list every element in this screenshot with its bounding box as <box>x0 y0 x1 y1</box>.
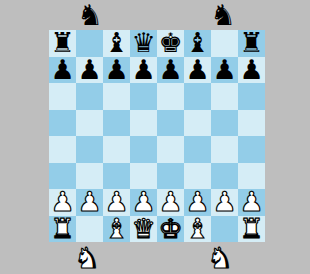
black-pawn-piece[interactable]: ♟ <box>104 57 128 84</box>
chess-app-window: ♜♝♛♚♝♜♟♟♟♟♟♟♟♟♟♟♟♟♟♟♟♟♜♝♛♚♝♜ ♞ ♞ ♞ ♞ <box>0 0 310 274</box>
square-h8[interactable]: ♜ <box>238 30 265 57</box>
white-pawn-piece[interactable]: ♟ <box>77 189 101 216</box>
square-d8[interactable]: ♛ <box>130 30 157 57</box>
black-rook-piece[interactable]: ♜ <box>50 30 74 57</box>
black-pawn-piece[interactable]: ♟ <box>77 57 101 84</box>
square-d6[interactable] <box>130 83 157 110</box>
square-f6[interactable] <box>184 83 211 110</box>
square-h1[interactable]: ♜ <box>238 216 265 243</box>
black-pawn-piece[interactable]: ♟ <box>185 57 209 84</box>
white-bishop-piece[interactable]: ♝ <box>185 216 209 243</box>
white-pawn-piece[interactable]: ♟ <box>50 189 74 216</box>
square-h5[interactable] <box>238 110 265 137</box>
square-g6[interactable] <box>211 83 238 110</box>
square-b1[interactable] <box>76 216 103 243</box>
square-g7[interactable]: ♟ <box>211 57 238 84</box>
square-e2[interactable]: ♟ <box>157 189 184 216</box>
square-a6[interactable] <box>49 83 76 110</box>
square-g8[interactable] <box>211 30 238 57</box>
square-b5[interactable] <box>76 110 103 137</box>
black-pawn-piece[interactable]: ♟ <box>158 57 182 84</box>
offboard-black-knight-b8[interactable]: ♞ <box>73 2 107 29</box>
black-queen-piece[interactable]: ♛ <box>131 30 155 57</box>
square-f1[interactable]: ♝ <box>184 216 211 243</box>
square-f4[interactable] <box>184 136 211 163</box>
square-h4[interactable] <box>238 136 265 163</box>
square-g1[interactable] <box>211 216 238 243</box>
square-b8[interactable] <box>76 30 103 57</box>
white-pawn-piece[interactable]: ♟ <box>239 189 263 216</box>
square-e6[interactable] <box>157 83 184 110</box>
black-king-piece[interactable]: ♚ <box>158 30 182 57</box>
square-e1[interactable]: ♚ <box>157 216 184 243</box>
black-pawn-piece[interactable]: ♟ <box>50 57 74 84</box>
square-b6[interactable] <box>76 83 103 110</box>
square-a4[interactable] <box>49 136 76 163</box>
white-king-piece[interactable]: ♚ <box>158 216 182 243</box>
square-b7[interactable]: ♟ <box>76 57 103 84</box>
square-e8[interactable]: ♚ <box>157 30 184 57</box>
square-d2[interactable]: ♟ <box>130 189 157 216</box>
square-g4[interactable] <box>211 136 238 163</box>
white-pawn-piece[interactable]: ♟ <box>185 189 209 216</box>
offboard-black-knight-g8[interactable]: ♞ <box>206 2 240 29</box>
square-c7[interactable]: ♟ <box>103 57 130 84</box>
white-pawn-piece[interactable]: ♟ <box>131 189 155 216</box>
square-c2[interactable]: ♟ <box>103 189 130 216</box>
square-a8[interactable]: ♜ <box>49 30 76 57</box>
square-h6[interactable] <box>238 83 265 110</box>
white-queen-piece[interactable]: ♛ <box>131 216 155 243</box>
square-a1[interactable]: ♜ <box>49 216 76 243</box>
square-f8[interactable]: ♝ <box>184 30 211 57</box>
black-pawn-piece[interactable]: ♟ <box>131 57 155 84</box>
square-a7[interactable]: ♟ <box>49 57 76 84</box>
white-rook-piece[interactable]: ♜ <box>239 216 263 243</box>
square-a2[interactable]: ♟ <box>49 189 76 216</box>
chess-board: ♜♝♛♚♝♜♟♟♟♟♟♟♟♟♟♟♟♟♟♟♟♟♜♝♛♚♝♜ <box>49 30 265 242</box>
offboard-white-knight-b1[interactable]: ♞ <box>70 245 104 272</box>
black-rook-piece[interactable]: ♜ <box>239 30 263 57</box>
square-d4[interactable] <box>130 136 157 163</box>
square-f2[interactable]: ♟ <box>184 189 211 216</box>
square-g2[interactable]: ♟ <box>211 189 238 216</box>
square-h7[interactable]: ♟ <box>238 57 265 84</box>
offboard-white-knight-g1[interactable]: ♞ <box>203 245 237 272</box>
square-e7[interactable]: ♟ <box>157 57 184 84</box>
square-f7[interactable]: ♟ <box>184 57 211 84</box>
square-d7[interactable]: ♟ <box>130 57 157 84</box>
square-c8[interactable]: ♝ <box>103 30 130 57</box>
white-bishop-piece[interactable]: ♝ <box>104 216 128 243</box>
white-rook-piece[interactable]: ♜ <box>50 216 74 243</box>
square-c1[interactable]: ♝ <box>103 216 130 243</box>
square-b2[interactable]: ♟ <box>76 189 103 216</box>
white-pawn-piece[interactable]: ♟ <box>104 189 128 216</box>
square-e5[interactable] <box>157 110 184 137</box>
black-bishop-piece[interactable]: ♝ <box>104 30 128 57</box>
square-b4[interactable] <box>76 136 103 163</box>
square-c5[interactable] <box>103 110 130 137</box>
black-pawn-piece[interactable]: ♟ <box>239 57 263 84</box>
black-pawn-piece[interactable]: ♟ <box>212 57 236 84</box>
white-pawn-piece[interactable]: ♟ <box>212 189 236 216</box>
square-a5[interactable] <box>49 110 76 137</box>
square-c4[interactable] <box>103 136 130 163</box>
square-e4[interactable] <box>157 136 184 163</box>
square-h2[interactable]: ♟ <box>238 189 265 216</box>
black-bishop-piece[interactable]: ♝ <box>185 30 209 57</box>
square-d1[interactable]: ♛ <box>130 216 157 243</box>
square-f5[interactable] <box>184 110 211 137</box>
square-c6[interactable] <box>103 83 130 110</box>
square-d5[interactable] <box>130 110 157 137</box>
white-pawn-piece[interactable]: ♟ <box>158 189 182 216</box>
square-g5[interactable] <box>211 110 238 137</box>
